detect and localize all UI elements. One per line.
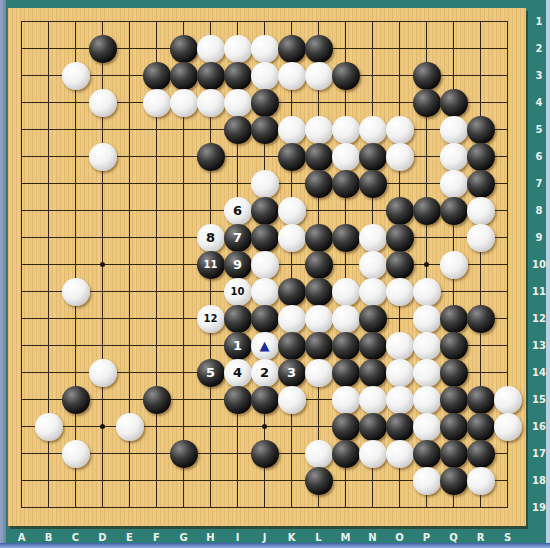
stone-white[interactable]: [440, 116, 468, 144]
row-label: 2: [530, 43, 548, 54]
stone-white[interactable]: [440, 143, 468, 171]
stone-black[interactable]: [224, 62, 252, 90]
stone-black[interactable]: [440, 359, 468, 387]
stone-white[interactable]: [278, 197, 306, 225]
triangle-marker-icon: ▲: [260, 339, 270, 352]
stone-black[interactable]: [251, 224, 279, 252]
stone-white[interactable]: [305, 359, 333, 387]
column-label: H: [200, 532, 222, 543]
move-number-label: 7: [233, 231, 242, 244]
column-label: B: [38, 532, 60, 543]
stone-white[interactable]: 4: [224, 359, 252, 387]
stone-black[interactable]: [251, 197, 279, 225]
stone-white[interactable]: [332, 305, 360, 333]
move-number-label: 10: [231, 287, 245, 297]
stone-black[interactable]: [467, 386, 495, 414]
stone-white[interactable]: [278, 386, 306, 414]
column-label: F: [146, 532, 168, 543]
row-label: 17: [530, 448, 548, 459]
stone-black[interactable]: [413, 62, 441, 90]
column-label: E: [119, 532, 141, 543]
stone-black[interactable]: [251, 116, 279, 144]
stone-black[interactable]: [332, 359, 360, 387]
stone-black[interactable]: [224, 116, 252, 144]
stone-black[interactable]: [278, 278, 306, 306]
stone-black[interactable]: [467, 413, 495, 441]
stone-black[interactable]: [359, 170, 387, 198]
stone-black[interactable]: [332, 170, 360, 198]
stone-black[interactable]: [332, 413, 360, 441]
stone-black[interactable]: 9: [224, 251, 252, 279]
column-label: S: [497, 532, 519, 543]
stone-white[interactable]: 12: [197, 305, 225, 333]
column-label: R: [470, 532, 492, 543]
stone-white[interactable]: 6: [224, 197, 252, 225]
stone-white[interactable]: [359, 116, 387, 144]
row-label: 12: [530, 313, 548, 324]
stone-white[interactable]: [62, 62, 90, 90]
stone-white[interactable]: [359, 440, 387, 468]
stone-white[interactable]: [359, 386, 387, 414]
stone-white[interactable]: [386, 278, 414, 306]
stone-white[interactable]: [251, 35, 279, 63]
column-label: O: [389, 532, 411, 543]
star-point: [424, 262, 429, 267]
row-label: 8: [530, 205, 548, 216]
stone-black[interactable]: [440, 332, 468, 360]
column-label: G: [173, 532, 195, 543]
stone-black[interactable]: [305, 467, 333, 495]
stone-white[interactable]: [467, 197, 495, 225]
stone-black[interactable]: [332, 62, 360, 90]
stone-black[interactable]: [251, 89, 279, 117]
stone-black[interactable]: [359, 305, 387, 333]
column-label: J: [254, 532, 276, 543]
stone-white[interactable]: [35, 413, 63, 441]
stone-black[interactable]: [305, 332, 333, 360]
stone-white[interactable]: [359, 251, 387, 279]
stone-white[interactable]: [62, 278, 90, 306]
stone-black[interactable]: [278, 332, 306, 360]
stone-white[interactable]: [494, 413, 522, 441]
stone-black[interactable]: [332, 224, 360, 252]
stone-white[interactable]: [251, 278, 279, 306]
stone-black[interactable]: 1: [224, 332, 252, 360]
stone-black[interactable]: [278, 35, 306, 63]
row-label: 15: [530, 394, 548, 405]
row-label: 13: [530, 340, 548, 351]
stone-black[interactable]: [359, 413, 387, 441]
move-number-label: 5: [206, 366, 215, 379]
stone-white[interactable]: [440, 251, 468, 279]
stone-black[interactable]: [224, 386, 252, 414]
move-number-label: 1: [233, 339, 242, 352]
stone-white[interactable]: [332, 278, 360, 306]
stone-white[interactable]: [305, 440, 333, 468]
stone-white[interactable]: [467, 467, 495, 495]
move-number-label: 9: [233, 258, 242, 271]
stone-white[interactable]: [278, 116, 306, 144]
column-label: D: [92, 532, 114, 543]
stone-black[interactable]: [386, 413, 414, 441]
stone-black[interactable]: [305, 35, 333, 63]
row-label: 10: [530, 259, 548, 270]
stone-white[interactable]: [386, 143, 414, 171]
stone-white[interactable]: [386, 386, 414, 414]
move-number-label: 11: [204, 260, 218, 270]
row-label: 4: [530, 97, 548, 108]
go-game-screenshot: 68711910121▲5423 ABCDEFGHIJKLMNOPQRS 123…: [0, 0, 550, 548]
stone-white[interactable]: ▲: [251, 332, 279, 360]
row-label: 14: [530, 367, 548, 378]
stone-white[interactable]: [224, 35, 252, 63]
stone-black[interactable]: [386, 251, 414, 279]
stone-white[interactable]: [170, 89, 198, 117]
stone-white[interactable]: [197, 35, 225, 63]
stone-white[interactable]: [278, 62, 306, 90]
stone-white[interactable]: [413, 305, 441, 333]
stone-black[interactable]: [305, 251, 333, 279]
stone-black[interactable]: [224, 305, 252, 333]
stone-black[interactable]: 3: [278, 359, 306, 387]
row-label: 16: [530, 421, 548, 432]
stone-white[interactable]: [116, 413, 144, 441]
stone-black[interactable]: [440, 467, 468, 495]
column-label: N: [362, 532, 384, 543]
stone-white[interactable]: [332, 116, 360, 144]
stone-black[interactable]: [440, 386, 468, 414]
stone-white[interactable]: [251, 251, 279, 279]
stone-white[interactable]: 2: [251, 359, 279, 387]
stone-white[interactable]: [467, 224, 495, 252]
stone-white[interactable]: [224, 89, 252, 117]
stone-black[interactable]: [467, 440, 495, 468]
stone-white[interactable]: [494, 386, 522, 414]
row-label: 5: [530, 124, 548, 135]
stone-black[interactable]: 7: [224, 224, 252, 252]
stone-black[interactable]: [413, 197, 441, 225]
stone-black[interactable]: [170, 440, 198, 468]
stone-white[interactable]: [413, 332, 441, 360]
window-edge-left: [0, 0, 6, 548]
column-label: P: [416, 532, 438, 543]
move-number-label: 4: [233, 366, 242, 379]
stone-white[interactable]: [359, 224, 387, 252]
stone-white[interactable]: [386, 359, 414, 387]
goban[interactable]: 68711910121▲5423: [8, 8, 526, 526]
stone-black[interactable]: [467, 170, 495, 198]
stone-black[interactable]: [62, 386, 90, 414]
stone-white[interactable]: [413, 467, 441, 495]
stone-black[interactable]: [197, 143, 225, 171]
row-label: 6: [530, 151, 548, 162]
star-point: [100, 424, 105, 429]
stone-black[interactable]: [440, 197, 468, 225]
stone-black[interactable]: [305, 224, 333, 252]
stone-white[interactable]: 8: [197, 224, 225, 252]
stone-white[interactable]: [89, 143, 117, 171]
stone-black[interactable]: [143, 62, 171, 90]
row-label: 3: [530, 70, 548, 81]
stone-white[interactable]: [332, 386, 360, 414]
stone-black[interactable]: 5: [197, 359, 225, 387]
stone-black[interactable]: [305, 278, 333, 306]
stone-black[interactable]: [467, 143, 495, 171]
stone-black[interactable]: [440, 440, 468, 468]
stone-black[interactable]: [170, 62, 198, 90]
stone-black[interactable]: [332, 440, 360, 468]
stone-white[interactable]: [89, 359, 117, 387]
stone-white[interactable]: [305, 116, 333, 144]
stone-white[interactable]: [413, 413, 441, 441]
row-label: 11: [530, 286, 548, 297]
stone-white[interactable]: [386, 116, 414, 144]
move-number-label: 12: [204, 314, 218, 324]
row-label: 7: [530, 178, 548, 189]
stone-white[interactable]: [359, 278, 387, 306]
stone-black[interactable]: [197, 62, 225, 90]
stone-black[interactable]: [440, 89, 468, 117]
stone-black[interactable]: [305, 170, 333, 198]
stone-white[interactable]: [305, 305, 333, 333]
stone-black[interactable]: [386, 197, 414, 225]
stone-black[interactable]: [332, 332, 360, 360]
stone-white[interactable]: [143, 89, 171, 117]
column-label: L: [308, 532, 330, 543]
stone-black[interactable]: [278, 143, 306, 171]
window-edge-bottom: [0, 543, 550, 548]
stone-white[interactable]: [332, 143, 360, 171]
stone-black[interactable]: [251, 386, 279, 414]
stone-black[interactable]: [251, 305, 279, 333]
stone-white[interactable]: [197, 89, 225, 117]
window-edge-right: [546, 0, 550, 548]
stone-black[interactable]: [440, 305, 468, 333]
stone-black[interactable]: [413, 89, 441, 117]
row-label: 19: [530, 502, 548, 513]
row-label: 9: [530, 232, 548, 243]
stone-black[interactable]: [143, 386, 171, 414]
stone-white[interactable]: [305, 62, 333, 90]
stone-black[interactable]: [467, 116, 495, 144]
move-number-label: 8: [206, 231, 215, 244]
stone-white[interactable]: [278, 305, 306, 333]
stone-white[interactable]: [440, 170, 468, 198]
stone-white[interactable]: [413, 386, 441, 414]
column-label: Q: [443, 532, 465, 543]
column-label: I: [227, 532, 249, 543]
stone-black[interactable]: [386, 224, 414, 252]
move-number-label: 3: [287, 366, 296, 379]
stone-black[interactable]: [170, 35, 198, 63]
stone-black[interactable]: [467, 305, 495, 333]
stone-black[interactable]: [305, 143, 333, 171]
stone-black[interactable]: [359, 359, 387, 387]
column-label: M: [335, 532, 357, 543]
stone-white[interactable]: 10: [224, 278, 252, 306]
stone-black[interactable]: [413, 440, 441, 468]
stone-white[interactable]: [413, 278, 441, 306]
stone-black[interactable]: 11: [197, 251, 225, 279]
column-label: C: [65, 532, 87, 543]
column-label: A: [11, 532, 33, 543]
row-label: 18: [530, 475, 548, 486]
stone-black[interactable]: [359, 332, 387, 360]
column-label: K: [281, 532, 303, 543]
stone-white[interactable]: [251, 62, 279, 90]
stone-black[interactable]: [251, 440, 279, 468]
stone-white[interactable]: [413, 359, 441, 387]
star-point: [100, 262, 105, 267]
stone-white[interactable]: [89, 89, 117, 117]
star-point: [262, 424, 267, 429]
move-number-label: 6: [233, 204, 242, 217]
stone-white[interactable]: [251, 170, 279, 198]
stone-black[interactable]: [440, 413, 468, 441]
stone-white[interactable]: [386, 332, 414, 360]
stone-black[interactable]: [359, 143, 387, 171]
row-label: 1: [530, 16, 548, 27]
stone-white[interactable]: [386, 440, 414, 468]
stone-white[interactable]: [62, 440, 90, 468]
stone-black[interactable]: [89, 35, 117, 63]
stone-white[interactable]: [278, 224, 306, 252]
move-number-label: 2: [260, 366, 269, 379]
